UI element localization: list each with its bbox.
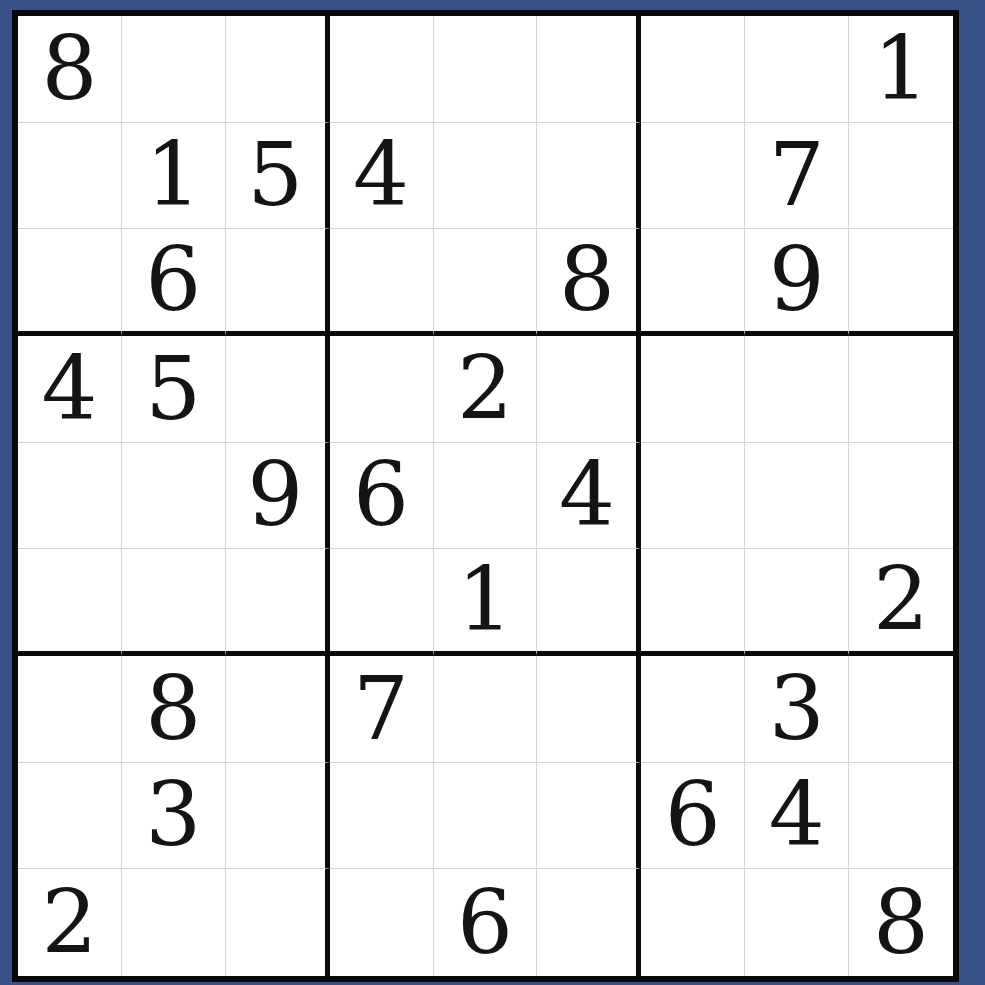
cell-r2c5[interactable] — [434, 123, 538, 230]
cell-r5c1[interactable] — [18, 443, 122, 550]
cell-r8c7[interactable]: 6 — [641, 763, 745, 870]
cell-r3c2[interactable]: 6 — [122, 229, 226, 336]
cell-r9c7[interactable] — [641, 869, 745, 976]
cell-r6c1[interactable] — [18, 549, 122, 656]
cell-r3c9[interactable] — [849, 229, 953, 336]
cell-r8c5[interactable] — [434, 763, 538, 870]
cell-r1c6[interactable] — [537, 16, 641, 123]
cell-r2c2[interactable]: 1 — [122, 123, 226, 230]
cell-r3c1[interactable] — [18, 229, 122, 336]
cell-r1c9[interactable]: 1 — [849, 16, 953, 123]
cell-r2c7[interactable] — [641, 123, 745, 230]
cell-r8c2[interactable]: 3 — [122, 763, 226, 870]
window-frame: 81154768945296412873364268 — [0, 0, 985, 985]
cell-r8c6[interactable] — [537, 763, 641, 870]
cell-r6c4[interactable] — [330, 549, 434, 656]
cell-r1c5[interactable] — [434, 16, 538, 123]
cell-r5c3[interactable]: 9 — [226, 443, 330, 550]
cell-r6c3[interactable] — [226, 549, 330, 656]
cell-r2c3[interactable]: 5 — [226, 123, 330, 230]
cell-r4c1[interactable]: 4 — [18, 336, 122, 443]
cell-r8c8[interactable]: 4 — [745, 763, 849, 870]
cell-r4c5[interactable]: 2 — [434, 336, 538, 443]
cell-r3c4[interactable] — [330, 229, 434, 336]
cell-r1c3[interactable] — [226, 16, 330, 123]
cell-r5c6[interactable]: 4 — [537, 443, 641, 550]
cell-r8c9[interactable] — [849, 763, 953, 870]
cell-r6c7[interactable] — [641, 549, 745, 656]
cell-r1c4[interactable] — [330, 16, 434, 123]
cell-r5c5[interactable] — [434, 443, 538, 550]
cell-r7c7[interactable] — [641, 656, 745, 763]
cell-r2c4[interactable]: 4 — [330, 123, 434, 230]
cell-r9c4[interactable] — [330, 869, 434, 976]
cell-r6c5[interactable]: 1 — [434, 549, 538, 656]
cell-r1c2[interactable] — [122, 16, 226, 123]
cell-r1c7[interactable] — [641, 16, 745, 123]
cell-r7c8[interactable]: 3 — [745, 656, 849, 763]
cell-r9c8[interactable] — [745, 869, 849, 976]
cell-r4c3[interactable] — [226, 336, 330, 443]
cell-r6c8[interactable] — [745, 549, 849, 656]
cell-r5c7[interactable] — [641, 443, 745, 550]
cell-r4c4[interactable] — [330, 336, 434, 443]
sudoku-board: 81154768945296412873364268 — [12, 10, 959, 982]
cell-r2c8[interactable]: 7 — [745, 123, 849, 230]
cell-r4c6[interactable] — [537, 336, 641, 443]
cell-r6c6[interactable] — [537, 549, 641, 656]
cell-r3c8[interactable]: 9 — [745, 229, 849, 336]
cell-r7c6[interactable] — [537, 656, 641, 763]
cell-r5c2[interactable] — [122, 443, 226, 550]
cell-r7c4[interactable]: 7 — [330, 656, 434, 763]
cell-r3c6[interactable]: 8 — [537, 229, 641, 336]
cell-r7c9[interactable] — [849, 656, 953, 763]
cell-r3c3[interactable] — [226, 229, 330, 336]
cell-r6c2[interactable] — [122, 549, 226, 656]
cell-r1c8[interactable] — [745, 16, 849, 123]
cell-r7c5[interactable] — [434, 656, 538, 763]
cell-r2c6[interactable] — [537, 123, 641, 230]
cell-r9c6[interactable] — [537, 869, 641, 976]
cell-r3c7[interactable] — [641, 229, 745, 336]
cell-r9c5[interactable]: 6 — [434, 869, 538, 976]
cell-r2c1[interactable] — [18, 123, 122, 230]
cell-r8c3[interactable] — [226, 763, 330, 870]
cell-r5c4[interactable]: 6 — [330, 443, 434, 550]
cell-r2c9[interactable] — [849, 123, 953, 230]
cell-r5c8[interactable] — [745, 443, 849, 550]
cell-r7c3[interactable] — [226, 656, 330, 763]
cell-r8c4[interactable] — [330, 763, 434, 870]
cell-r9c3[interactable] — [226, 869, 330, 976]
cell-r6c9[interactable]: 2 — [849, 549, 953, 656]
cell-r4c9[interactable] — [849, 336, 953, 443]
cell-r7c1[interactable] — [18, 656, 122, 763]
cell-r1c1[interactable]: 8 — [18, 16, 122, 123]
cell-r9c2[interactable] — [122, 869, 226, 976]
cell-r9c9[interactable]: 8 — [849, 869, 953, 976]
cell-r9c1[interactable]: 2 — [18, 869, 122, 976]
cell-r3c5[interactable] — [434, 229, 538, 336]
cell-r8c1[interactable] — [18, 763, 122, 870]
cell-r7c2[interactable]: 8 — [122, 656, 226, 763]
cell-r4c8[interactable] — [745, 336, 849, 443]
cell-r5c9[interactable] — [849, 443, 953, 550]
cell-r4c7[interactable] — [641, 336, 745, 443]
cell-r4c2[interactable]: 5 — [122, 336, 226, 443]
